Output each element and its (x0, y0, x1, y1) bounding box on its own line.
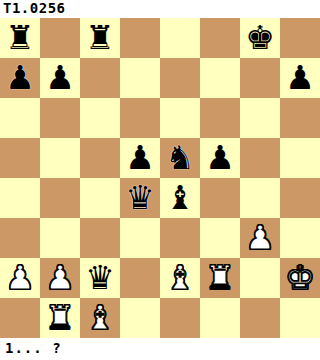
black-bishop[interactable]: ♝ (165, 178, 195, 218)
square-d1[interactable] (120, 298, 160, 338)
square-f1[interactable] (200, 298, 240, 338)
black-queen[interactable]: ♛ (85, 258, 115, 298)
move-prompt: 1... ? (0, 338, 320, 360)
square-b4[interactable] (40, 178, 80, 218)
chess-board: ♜♜♚♟♟♟♟♞♟♛♝♟♟♟♛♝♜♚♜♝ (0, 18, 320, 338)
square-a2[interactable]: ♟ (0, 258, 40, 298)
black-pawn[interactable]: ♟ (285, 58, 315, 98)
square-d8[interactable] (120, 18, 160, 58)
square-d2[interactable] (120, 258, 160, 298)
square-a4[interactable] (0, 178, 40, 218)
square-h8[interactable] (280, 18, 320, 58)
square-h2[interactable]: ♚ (280, 258, 320, 298)
square-h7[interactable]: ♟ (280, 58, 320, 98)
square-c6[interactable] (80, 98, 120, 138)
square-h4[interactable] (280, 178, 320, 218)
square-e8[interactable] (160, 18, 200, 58)
black-rook[interactable]: ♜ (85, 18, 115, 58)
square-g8[interactable]: ♚ (240, 18, 280, 58)
square-g5[interactable] (240, 138, 280, 178)
square-a5[interactable] (0, 138, 40, 178)
square-a1[interactable] (0, 298, 40, 338)
square-a7[interactable]: ♟ (0, 58, 40, 98)
square-c4[interactable] (80, 178, 120, 218)
black-queen[interactable]: ♛ (125, 178, 155, 218)
square-c7[interactable] (80, 58, 120, 98)
square-c8[interactable]: ♜ (80, 18, 120, 58)
white-bishop[interactable]: ♝ (85, 298, 115, 338)
square-d6[interactable] (120, 98, 160, 138)
square-e7[interactable] (160, 58, 200, 98)
square-b3[interactable] (40, 218, 80, 258)
black-king[interactable]: ♚ (245, 18, 275, 58)
square-a8[interactable]: ♜ (0, 18, 40, 58)
white-rook[interactable]: ♜ (45, 298, 75, 338)
square-g3[interactable]: ♟ (240, 218, 280, 258)
square-c2[interactable]: ♛ (80, 258, 120, 298)
square-g1[interactable] (240, 298, 280, 338)
square-d7[interactable] (120, 58, 160, 98)
square-b7[interactable]: ♟ (40, 58, 80, 98)
square-f6[interactable] (200, 98, 240, 138)
square-g4[interactable] (240, 178, 280, 218)
white-rook[interactable]: ♜ (205, 258, 235, 298)
black-rook[interactable]: ♜ (5, 18, 35, 58)
square-c3[interactable] (80, 218, 120, 258)
square-f4[interactable] (200, 178, 240, 218)
square-f2[interactable]: ♜ (200, 258, 240, 298)
black-pawn[interactable]: ♟ (125, 138, 155, 178)
square-a6[interactable] (0, 98, 40, 138)
square-e6[interactable] (160, 98, 200, 138)
square-f8[interactable] (200, 18, 240, 58)
square-d3[interactable] (120, 218, 160, 258)
square-c5[interactable] (80, 138, 120, 178)
square-e3[interactable] (160, 218, 200, 258)
square-h3[interactable] (280, 218, 320, 258)
square-b6[interactable] (40, 98, 80, 138)
black-pawn[interactable]: ♟ (205, 138, 235, 178)
black-pawn[interactable]: ♟ (45, 58, 75, 98)
square-h1[interactable] (280, 298, 320, 338)
square-h6[interactable] (280, 98, 320, 138)
square-e5[interactable]: ♞ (160, 138, 200, 178)
square-b1[interactable]: ♜ (40, 298, 80, 338)
square-b2[interactable]: ♟ (40, 258, 80, 298)
white-pawn[interactable]: ♟ (45, 258, 75, 298)
white-king[interactable]: ♚ (285, 258, 315, 298)
square-b5[interactable] (40, 138, 80, 178)
square-f3[interactable] (200, 218, 240, 258)
square-a3[interactable] (0, 218, 40, 258)
white-pawn[interactable]: ♟ (5, 258, 35, 298)
black-pawn[interactable]: ♟ (5, 58, 35, 98)
square-g2[interactable] (240, 258, 280, 298)
square-f7[interactable] (200, 58, 240, 98)
puzzle-id: T1.0256 (0, 0, 320, 18)
chess-diagram-window: T1.0256 ♜♜♚♟♟♟♟♞♟♛♝♟♟♟♛♝♜♚♜♝ 1... ? (0, 0, 320, 360)
black-knight[interactable]: ♞ (165, 138, 195, 178)
square-h5[interactable] (280, 138, 320, 178)
white-pawn[interactable]: ♟ (245, 218, 275, 258)
square-d4[interactable]: ♛ (120, 178, 160, 218)
square-g7[interactable] (240, 58, 280, 98)
square-d5[interactable]: ♟ (120, 138, 160, 178)
square-b8[interactable] (40, 18, 80, 58)
square-e4[interactable]: ♝ (160, 178, 200, 218)
square-f5[interactable]: ♟ (200, 138, 240, 178)
square-e2[interactable]: ♝ (160, 258, 200, 298)
square-c1[interactable]: ♝ (80, 298, 120, 338)
square-g6[interactable] (240, 98, 280, 138)
white-bishop[interactable]: ♝ (165, 258, 195, 298)
square-e1[interactable] (160, 298, 200, 338)
